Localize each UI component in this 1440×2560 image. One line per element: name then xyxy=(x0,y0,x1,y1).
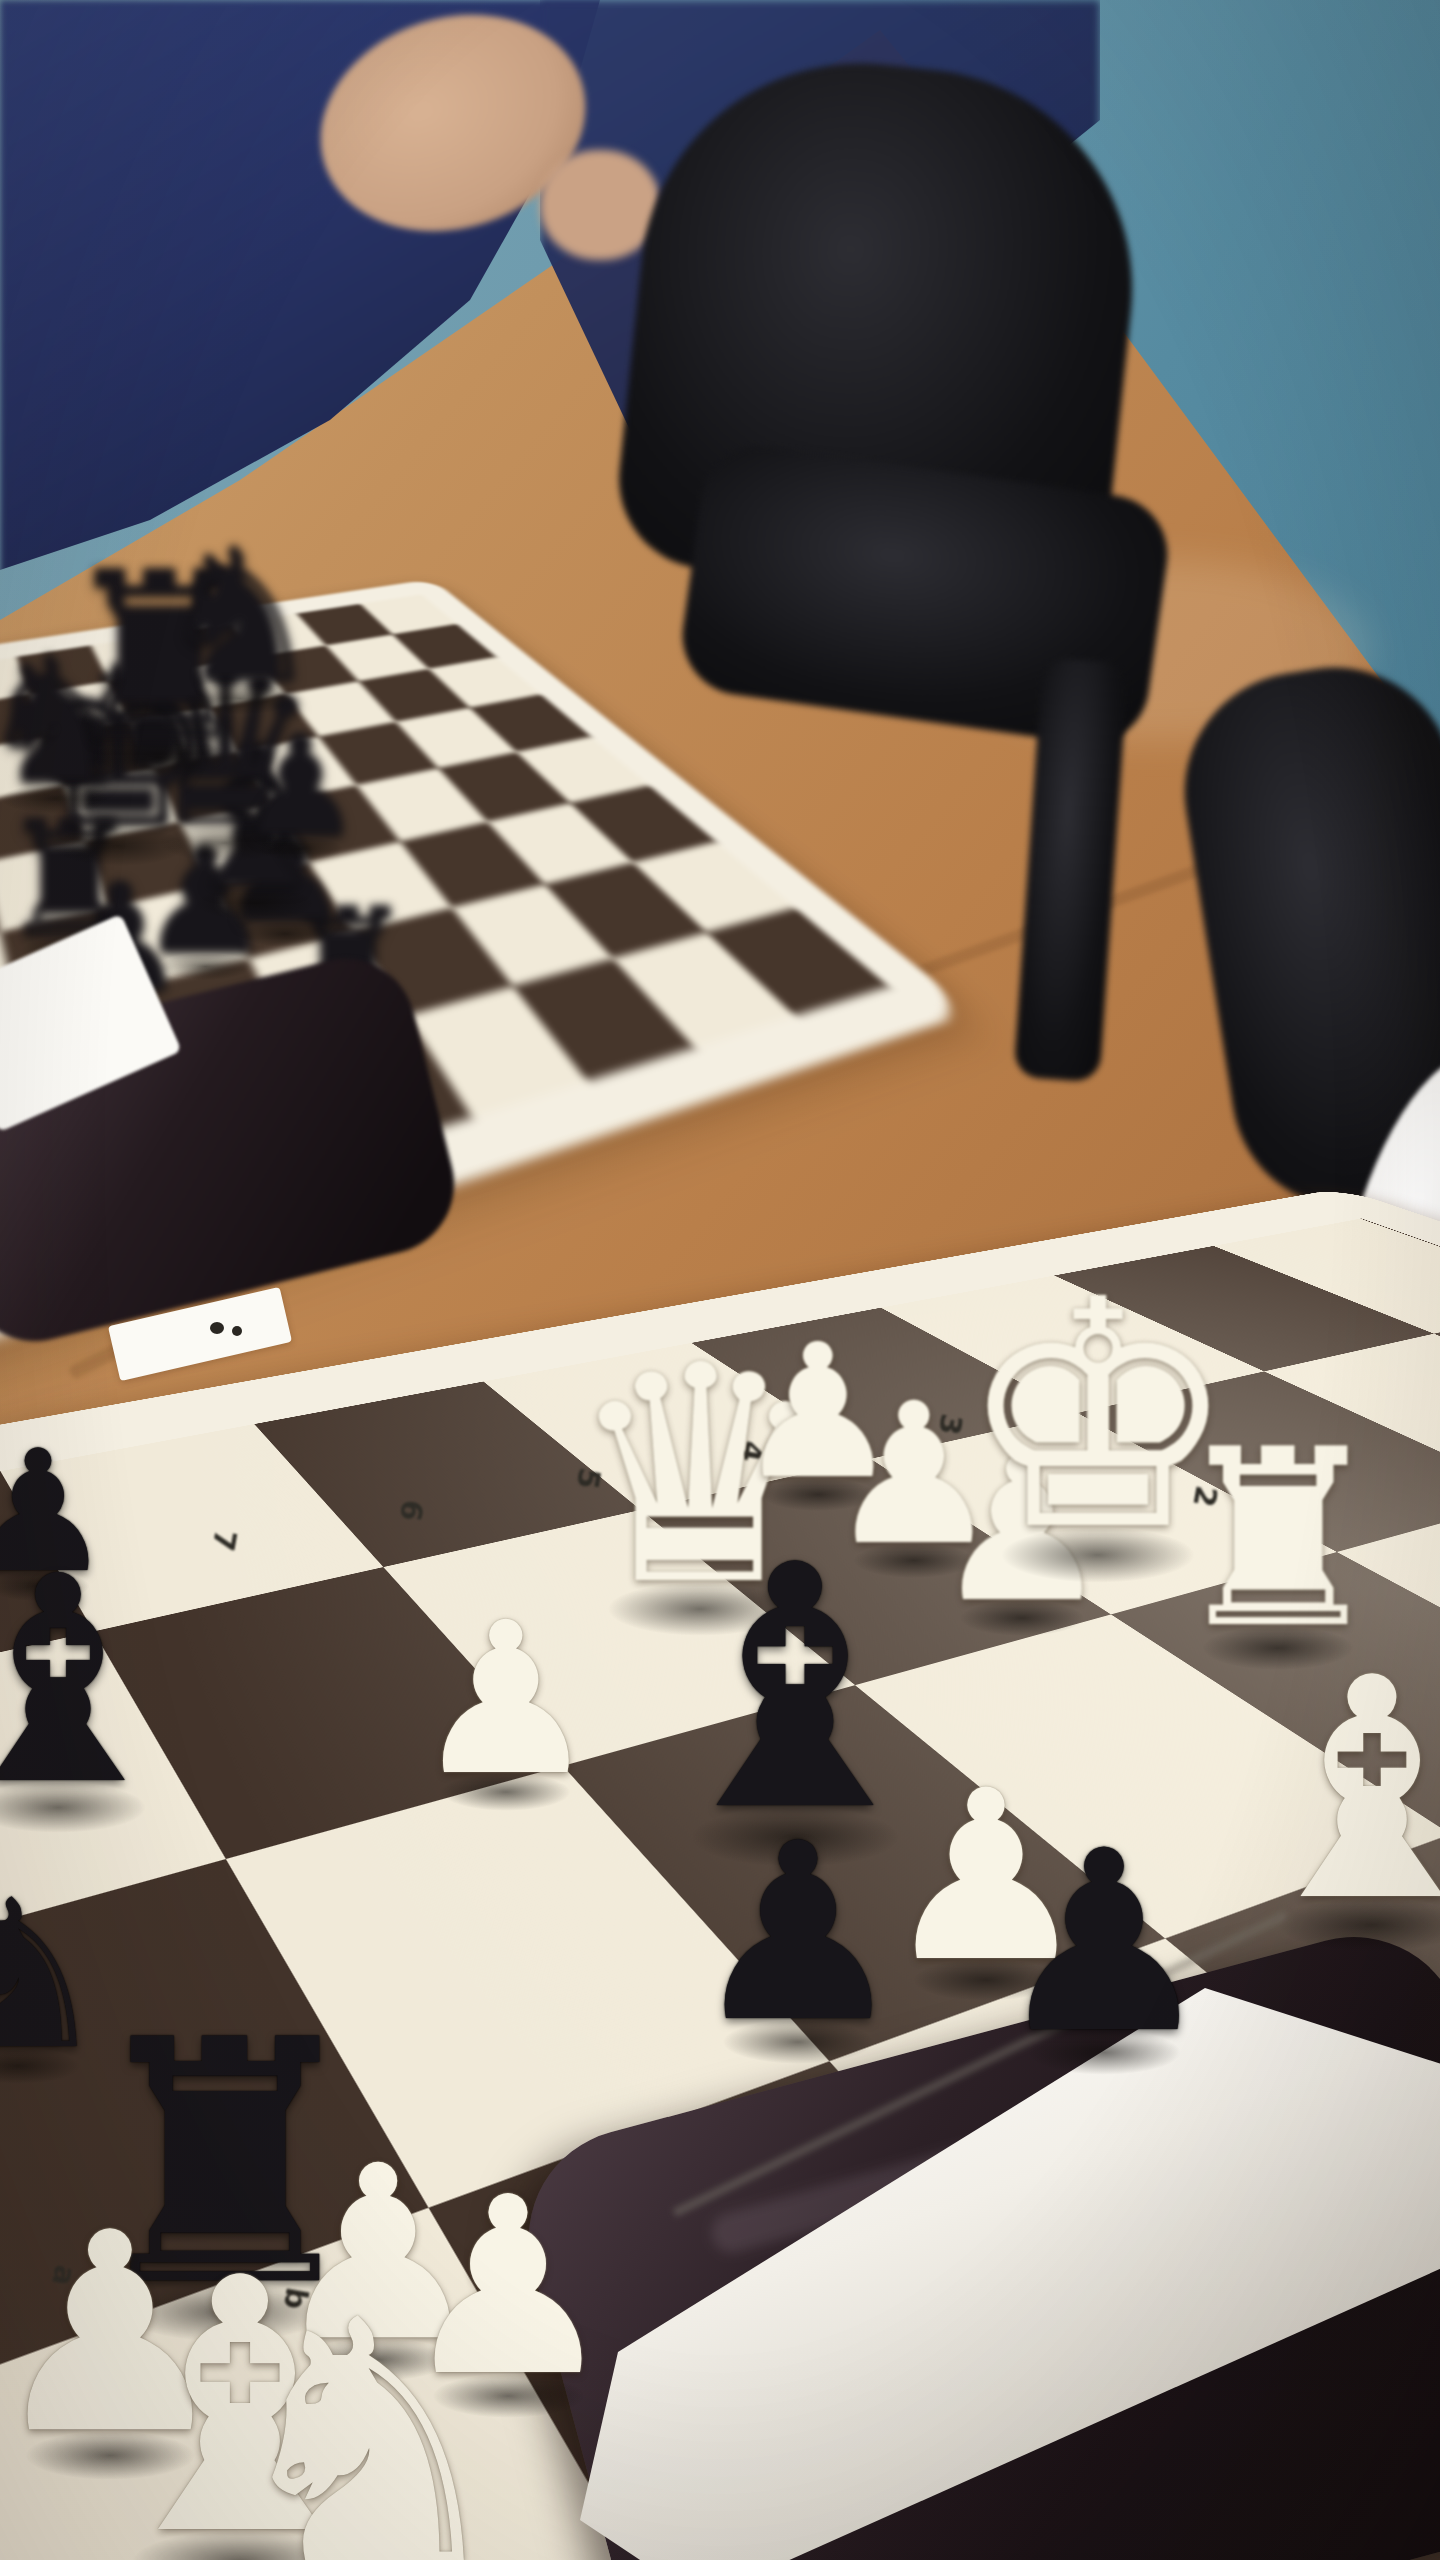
black bishop: ♝ xyxy=(0,1539,186,1824)
black pawn-f3: ♟ xyxy=(992,1818,1216,2068)
black pawn-e5: ♟ xyxy=(688,1811,908,2056)
player-hand xyxy=(540,150,660,260)
white pawn-c5: ♟ xyxy=(412,1595,600,1805)
white bishop-c1: ♝ xyxy=(1235,1638,1440,1943)
tag-logo-mark xyxy=(232,1326,242,1336)
tournament-photo: ♜♟♟♟♝♜♛♚♞♜♟♞ 765432ab ♛♟♟♟♚♜♝♟♟♝♟♟♜♟♝♟♟♞… xyxy=(0,0,1440,2560)
background-black-piece: ♞ xyxy=(157,524,323,709)
black knight: ♞ xyxy=(0,1873,110,2078)
tag-logo-mark xyxy=(210,1322,224,1334)
background-black-piece: ♟ xyxy=(237,717,363,857)
white knight: ♞ xyxy=(218,2277,518,2560)
